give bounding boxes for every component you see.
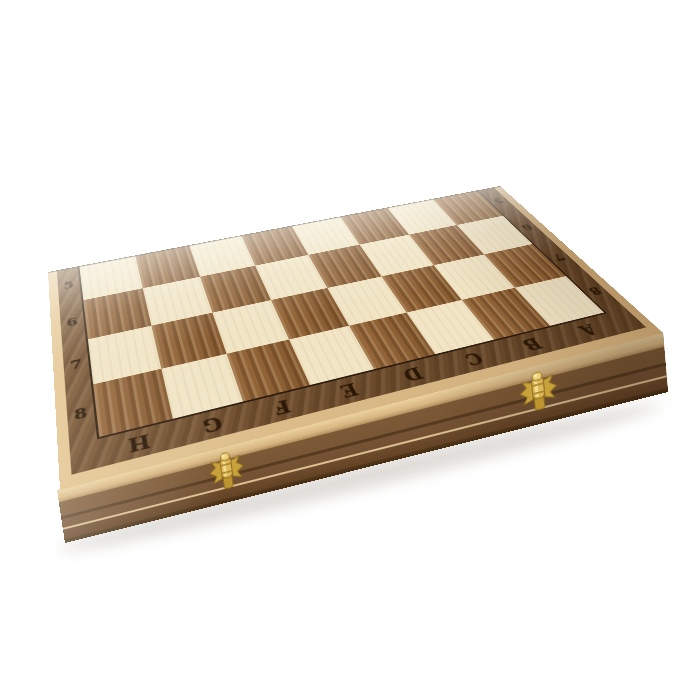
- right-brass-clasp: [517, 365, 560, 418]
- brass-latch-icon: [517, 365, 560, 418]
- left-brass-clasp: [207, 446, 247, 496]
- chess-box-product-photo: 5678 5678 HGFEDCBA: [0, 0, 700, 700]
- brass-latch-icon: [207, 446, 247, 496]
